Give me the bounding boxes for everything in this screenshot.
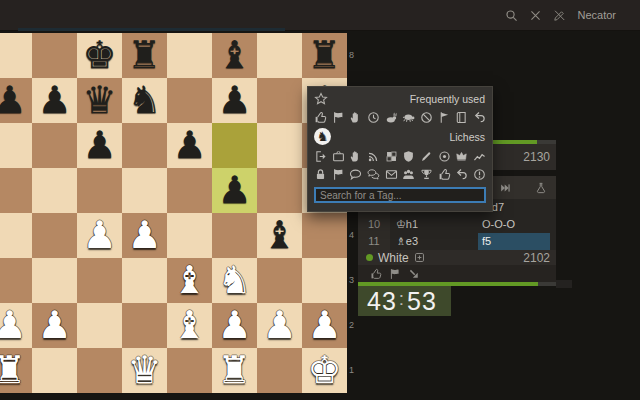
alert-icon[interactable] bbox=[473, 168, 486, 181]
square-g5[interactable] bbox=[257, 168, 302, 213]
clock-icon[interactable] bbox=[367, 111, 380, 124]
square-e2[interactable]: ♝ bbox=[167, 303, 212, 348]
undo-icon[interactable] bbox=[455, 168, 468, 181]
clock-minutes: 43 bbox=[367, 287, 397, 316]
square-a7[interactable]: ♟ bbox=[0, 78, 32, 123]
bottom-player-rating: 2102 bbox=[523, 251, 550, 265]
square-d4[interactable]: ♟ bbox=[122, 213, 167, 258]
clock-separator: : bbox=[399, 288, 405, 310]
thumb-icon[interactable] bbox=[370, 268, 382, 280]
move-row: 11♗e3f5 bbox=[358, 233, 556, 250]
move-number: 11 bbox=[358, 233, 390, 250]
white-piece-c4: ♟ bbox=[77, 213, 122, 258]
username[interactable]: Necator bbox=[577, 9, 616, 21]
square-a5[interactable] bbox=[0, 168, 32, 213]
square-f7[interactable]: ♟ bbox=[212, 78, 257, 123]
black-piece-d7: ♞ bbox=[122, 78, 167, 123]
rank-label-8: 8 bbox=[349, 33, 359, 78]
white-piece-e3: ♝ bbox=[167, 258, 212, 303]
white-clock: 43:53 bbox=[358, 286, 451, 316]
square-f4[interactable] bbox=[212, 213, 257, 258]
square-c5[interactable] bbox=[77, 168, 122, 213]
black-move[interactable]: f5 bbox=[478, 233, 550, 250]
search-icon[interactable] bbox=[505, 9, 518, 22]
black-piece-c7: ♛ bbox=[77, 78, 122, 123]
lichess-label: Lichess bbox=[449, 131, 485, 143]
square-a2[interactable]: ♟ bbox=[0, 303, 32, 348]
square-b8[interactable] bbox=[32, 33, 77, 78]
black-piece-c8: ♚ bbox=[77, 33, 122, 78]
white-piece-g2: ♟ bbox=[257, 303, 302, 348]
frequent-icons-row bbox=[308, 108, 492, 126]
rabbit-icon[interactable] bbox=[385, 111, 398, 124]
black-piece-d8: ♜ bbox=[122, 33, 167, 78]
square-b3[interactable] bbox=[32, 258, 77, 303]
square-c4[interactable]: ♟ bbox=[77, 213, 122, 258]
flag-icon[interactable] bbox=[332, 111, 345, 124]
black-piece-f5: ♟ bbox=[212, 168, 257, 213]
move-number: 10 bbox=[358, 216, 390, 233]
shield-icon[interactable] bbox=[402, 150, 415, 163]
square-a3[interactable] bbox=[0, 258, 32, 303]
white-piece-h1: ♚ bbox=[302, 348, 347, 393]
target-icon[interactable] bbox=[438, 150, 451, 163]
white-piece-d1: ♛ bbox=[122, 348, 167, 393]
lichess-app: Necator ♚♜♝♜♟♟♛♞♟♟♟♟♟♟♟♝♝♞♟♟♝♟♟♟♜♛♜♚ 876… bbox=[0, 0, 640, 400]
white-piece-a2: ♟ bbox=[0, 303, 32, 348]
square-e8[interactable] bbox=[167, 33, 212, 78]
hand-icon[interactable] bbox=[349, 150, 362, 163]
square-h4[interactable] bbox=[302, 213, 347, 258]
black-piece-c6: ♟ bbox=[77, 123, 122, 168]
move-row: 10♔h1O-O-O bbox=[358, 216, 556, 233]
undo-icon[interactable] bbox=[473, 111, 486, 124]
clock-row: 43:53 bbox=[358, 286, 556, 316]
flag-icon[interactable] bbox=[389, 268, 401, 280]
square-h2[interactable]: ♟ bbox=[302, 303, 347, 348]
square-f3[interactable]: ♞ bbox=[212, 258, 257, 303]
white-piece-b2: ♟ bbox=[32, 303, 77, 348]
flask-icon[interactable] bbox=[526, 182, 556, 194]
square-a8[interactable] bbox=[0, 33, 32, 78]
black-move[interactable]: O-O-O bbox=[478, 216, 550, 233]
player-tools bbox=[358, 265, 556, 282]
white-piece-f1: ♜ bbox=[212, 348, 257, 393]
bottom-player-row: White 2102 bbox=[358, 250, 556, 265]
thumb-icon[interactable] bbox=[314, 111, 327, 124]
tag-search-input[interactable] bbox=[314, 187, 486, 203]
square-e1[interactable] bbox=[167, 348, 212, 393]
add-icon[interactable] bbox=[414, 252, 425, 263]
square-b4[interactable] bbox=[32, 213, 77, 258]
export-icon[interactable] bbox=[314, 150, 327, 163]
star-icon[interactable] bbox=[314, 92, 328, 106]
thumb-icon[interactable] bbox=[438, 168, 451, 181]
square-c1[interactable] bbox=[77, 348, 122, 393]
square-c2[interactable] bbox=[77, 303, 122, 348]
square-f6[interactable] bbox=[212, 123, 257, 168]
square-c6[interactable]: ♟ bbox=[77, 123, 122, 168]
lichess-icons-row1 bbox=[308, 147, 492, 165]
square-a6[interactable] bbox=[0, 123, 32, 168]
black-piece-b7: ♟ bbox=[32, 78, 77, 123]
tv-icon[interactable] bbox=[332, 150, 345, 163]
bottom-player-name[interactable]: White bbox=[378, 251, 409, 265]
square-f8[interactable]: ♝ bbox=[212, 33, 257, 78]
rank-label-1: 1 bbox=[349, 348, 359, 393]
chess-board: ♚♜♝♜♟♟♛♞♟♟♟♟♟♟♟♝♝♞♟♟♝♟♟♟♜♛♜♚ bbox=[0, 33, 347, 393]
black-piece-e6: ♟ bbox=[167, 123, 212, 168]
square-f2[interactable]: ♟ bbox=[212, 303, 257, 348]
white-piece-f2: ♟ bbox=[212, 303, 257, 348]
close-icon[interactable] bbox=[529, 9, 542, 22]
square-d1[interactable]: ♛ bbox=[122, 348, 167, 393]
chart-icon[interactable] bbox=[473, 150, 486, 163]
black-piece-f8: ♝ bbox=[212, 33, 257, 78]
square-c8[interactable]: ♚ bbox=[77, 33, 122, 78]
black-piece-g4: ♝ bbox=[257, 213, 302, 258]
crown-icon[interactable] bbox=[455, 150, 468, 163]
square-e4[interactable] bbox=[167, 213, 212, 258]
popup-header-frequent: Frequently used bbox=[308, 87, 492, 108]
white-move[interactable]: ♔h1 bbox=[390, 216, 478, 233]
bubbles-icon[interactable] bbox=[367, 168, 380, 181]
board-icon[interactable] bbox=[385, 150, 398, 163]
square-h8[interactable]: ♜ bbox=[302, 33, 347, 78]
square-g7[interactable] bbox=[257, 78, 302, 123]
online-indicator bbox=[366, 254, 373, 261]
square-d8[interactable]: ♜ bbox=[122, 33, 167, 78]
knight-circle-icon[interactable]: ♞ bbox=[314, 128, 331, 145]
rss-icon[interactable] bbox=[367, 150, 380, 163]
challenge-off-icon[interactable] bbox=[553, 9, 566, 22]
black-piece-f7: ♟ bbox=[212, 78, 257, 123]
square-f5[interactable]: ♟ bbox=[212, 168, 257, 213]
square-d2[interactable] bbox=[122, 303, 167, 348]
clock-seconds: 53 bbox=[407, 287, 437, 316]
square-b2[interactable]: ♟ bbox=[32, 303, 77, 348]
frequent-label: Frequently used bbox=[410, 93, 485, 105]
topbar: Necator bbox=[0, 0, 640, 31]
white-piece-a1: ♜ bbox=[0, 348, 32, 393]
book-icon[interactable] bbox=[455, 111, 468, 124]
white-piece-e2: ♝ bbox=[167, 303, 212, 348]
black-piece-h8: ♜ bbox=[302, 33, 347, 78]
square-d6[interactable] bbox=[122, 123, 167, 168]
square-f1[interactable]: ♜ bbox=[212, 348, 257, 393]
white-piece-d4: ♟ bbox=[122, 213, 167, 258]
square-b7[interactable]: ♟ bbox=[32, 78, 77, 123]
topbar-right: Necator bbox=[505, 0, 616, 30]
square-c7[interactable]: ♛ bbox=[77, 78, 122, 123]
board-top-strip bbox=[18, 28, 285, 31]
square-a4[interactable] bbox=[0, 213, 32, 258]
popup-header-lichess: ♞ Lichess bbox=[308, 126, 492, 147]
square-c3[interactable] bbox=[77, 258, 122, 303]
panel-nub bbox=[556, 280, 572, 288]
square-g1[interactable] bbox=[257, 348, 302, 393]
pennant-icon[interactable] bbox=[438, 111, 451, 124]
hand-icon[interactable] bbox=[349, 111, 362, 124]
ban-icon[interactable] bbox=[420, 111, 433, 124]
turtle-icon[interactable] bbox=[402, 111, 415, 124]
square-b5[interactable] bbox=[32, 168, 77, 213]
square-e6[interactable]: ♟ bbox=[167, 123, 212, 168]
white-piece-h2: ♟ bbox=[302, 303, 347, 348]
envelope-icon[interactable] bbox=[385, 168, 398, 181]
tag-popup: Frequently used ♞ Lichess bbox=[307, 86, 493, 212]
bubble-icon[interactable] bbox=[349, 168, 362, 181]
arrow-se-icon[interactable] bbox=[408, 268, 420, 280]
square-e3[interactable]: ♝ bbox=[167, 258, 212, 303]
square-g2[interactable]: ♟ bbox=[257, 303, 302, 348]
square-d7[interactable]: ♞ bbox=[122, 78, 167, 123]
square-e5[interactable] bbox=[167, 168, 212, 213]
square-d3[interactable] bbox=[122, 258, 167, 303]
square-b6[interactable] bbox=[32, 123, 77, 168]
square-h1[interactable]: ♚ bbox=[302, 348, 347, 393]
square-g8[interactable] bbox=[257, 33, 302, 78]
trophy-icon[interactable] bbox=[420, 168, 433, 181]
people-icon[interactable] bbox=[402, 168, 415, 181]
white-move[interactable]: ♗e3 bbox=[390, 233, 478, 250]
square-e7[interactable] bbox=[167, 78, 212, 123]
pen-icon[interactable] bbox=[420, 150, 433, 163]
square-a1[interactable]: ♜ bbox=[0, 348, 32, 393]
square-g3[interactable] bbox=[257, 258, 302, 303]
square-g6[interactable] bbox=[257, 123, 302, 168]
square-d5[interactable] bbox=[122, 168, 167, 213]
white-piece-f3: ♞ bbox=[212, 258, 257, 303]
lichess-icons-row2 bbox=[308, 165, 492, 183]
black-piece-a7: ♟ bbox=[0, 78, 32, 123]
square-g4[interactable]: ♝ bbox=[257, 213, 302, 258]
square-h3[interactable] bbox=[302, 258, 347, 303]
flag-icon[interactable] bbox=[332, 168, 345, 181]
square-b1[interactable] bbox=[32, 348, 77, 393]
top-player-rating: 2130 bbox=[523, 150, 550, 164]
lock-icon[interactable] bbox=[314, 168, 327, 181]
